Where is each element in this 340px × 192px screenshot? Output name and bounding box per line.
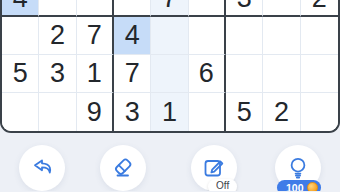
sudoku-cell[interactable] xyxy=(114,0,151,17)
sudoku-cell[interactable] xyxy=(39,0,76,17)
cell-digit: 4 xyxy=(13,0,28,15)
sudoku-cell[interactable] xyxy=(301,55,338,93)
notes-state-badge: Off xyxy=(208,179,237,191)
cell-digit: 1 xyxy=(87,58,102,89)
sudoku-board: 47322745317693152 xyxy=(0,0,340,133)
pencil-square-icon xyxy=(201,155,227,181)
sudoku-cell[interactable] xyxy=(189,0,226,17)
sudoku-cell[interactable]: 7 xyxy=(114,55,151,93)
sudoku-cell[interactable]: 9 xyxy=(77,93,114,131)
sudoku-cell[interactable] xyxy=(2,93,39,131)
cell-digit: 1 xyxy=(162,97,177,128)
sudoku-cell[interactable]: 6 xyxy=(189,55,226,93)
sudoku-cell[interactable] xyxy=(77,0,114,17)
sudoku-cell[interactable]: 2 xyxy=(39,17,76,55)
sudoku-cell[interactable]: 4 xyxy=(114,17,151,55)
cell-digit: 3 xyxy=(50,58,65,89)
sudoku-cell[interactable] xyxy=(151,17,188,55)
cell-digit: 2 xyxy=(274,97,289,128)
sudoku-cell[interactable]: 5 xyxy=(2,55,39,93)
cell-digit: 7 xyxy=(162,0,177,15)
cell-digit: 3 xyxy=(237,0,252,15)
undo-arrow-icon xyxy=(29,155,55,181)
sudoku-cell[interactable] xyxy=(226,17,263,55)
lightbulb-icon xyxy=(285,155,311,181)
hint-coins-badge: 100 xyxy=(277,180,321,191)
cell-digit: 5 xyxy=(13,58,28,89)
cell-digit: 5 xyxy=(237,97,252,128)
sudoku-cell[interactable] xyxy=(226,55,263,93)
sudoku-cell[interactable] xyxy=(189,93,226,131)
cell-digit: 4 xyxy=(125,20,140,51)
eraser-icon xyxy=(110,155,136,181)
sudoku-cell[interactable]: 3 xyxy=(114,93,151,131)
undo-button[interactable] xyxy=(19,145,65,191)
hint-coins-count: 100 xyxy=(286,182,304,192)
cell-digit: 7 xyxy=(125,58,140,89)
sudoku-cell[interactable] xyxy=(263,55,300,93)
sudoku-cell[interactable]: 2 xyxy=(301,0,338,17)
cell-digit: 7 xyxy=(87,20,102,51)
sudoku-cell[interactable] xyxy=(301,17,338,55)
sudoku-cell[interactable] xyxy=(301,93,338,131)
cell-digit: 2 xyxy=(50,20,65,51)
sudoku-cell[interactable] xyxy=(189,17,226,55)
sudoku-cell[interactable] xyxy=(151,55,188,93)
sudoku-cell[interactable] xyxy=(263,0,300,17)
sudoku-cell[interactable] xyxy=(263,17,300,55)
sudoku-cell[interactable]: 1 xyxy=(151,93,188,131)
sudoku-cell[interactable]: 7 xyxy=(151,0,188,17)
sudoku-cell[interactable]: 2 xyxy=(263,93,300,131)
sudoku-cell[interactable]: 5 xyxy=(226,93,263,131)
erase-button[interactable] xyxy=(100,145,146,191)
cell-digit: 2 xyxy=(312,0,327,15)
sudoku-cell[interactable]: 1 xyxy=(77,55,114,93)
sudoku-cell[interactable]: 4 xyxy=(2,0,39,17)
sudoku-grid: 47322745317693152 xyxy=(2,0,338,131)
sudoku-cell[interactable] xyxy=(39,93,76,131)
sudoku-cell[interactable]: 3 xyxy=(39,55,76,93)
sudoku-cell[interactable]: 7 xyxy=(77,17,114,55)
coin-icon xyxy=(307,182,318,191)
cell-digit: 3 xyxy=(125,97,140,128)
cell-digit: 9 xyxy=(87,97,102,128)
cell-digit: 6 xyxy=(199,58,214,89)
sudoku-cell[interactable]: 3 xyxy=(226,0,263,17)
sudoku-cell[interactable] xyxy=(2,17,39,55)
